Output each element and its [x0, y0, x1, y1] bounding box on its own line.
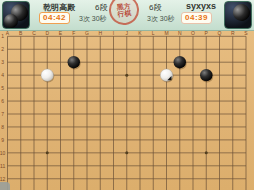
star-point: [205, 151, 208, 154]
turn-indicator-seal: 黑方 行棋: [107, 0, 140, 27]
left-player-byoyomi: 3次 30秒: [79, 15, 107, 23]
column-label: G: [85, 31, 89, 36]
row-label: 3: [1, 59, 4, 65]
row-label: 7: [1, 111, 4, 117]
right-player-byoyomi: 3次 30秒: [147, 15, 175, 23]
go-board-grid[interactable]: ABCDEFGHIJKLMNOPQRS123456789101112: [0, 31, 254, 190]
column-label: L: [152, 31, 155, 36]
column-label: D: [45, 31, 49, 36]
star-point: [46, 151, 49, 154]
left-player-rank: 6段: [95, 3, 107, 12]
column-label: A: [6, 31, 10, 36]
row-label: 4: [1, 72, 4, 78]
column-label: I: [113, 31, 114, 36]
column-label: S: [244, 31, 248, 36]
column-label: R: [231, 31, 235, 36]
left-player-avatar[interactable]: [2, 1, 30, 29]
row-label: 11: [0, 163, 5, 169]
column-label: H: [98, 31, 102, 36]
row-label: 2: [1, 46, 4, 52]
row-label: 9: [1, 137, 4, 143]
row-label: 8: [1, 124, 4, 130]
right-player-name: syxyxs: [186, 2, 216, 11]
column-label: F: [72, 31, 75, 36]
avatar-stone-icon: [4, 14, 18, 28]
column-label: J: [126, 31, 129, 36]
row-label: 5: [1, 85, 4, 91]
star-point: [125, 151, 128, 154]
go-board[interactable]: ABCDEFGHIJKLMNOPQRS123456789101112: [0, 31, 254, 190]
column-label: E: [59, 31, 63, 36]
column-label: C: [32, 31, 36, 36]
column-label: B: [19, 31, 23, 36]
column-label: K: [138, 31, 142, 36]
row-label: 12: [0, 176, 6, 182]
right-player-rank: 6段: [149, 3, 161, 12]
left-player-clock: 04:42: [39, 12, 70, 24]
black-stone-N3[interactable]: [174, 56, 186, 68]
right-player-clock: 04:39: [181, 12, 212, 24]
column-label: M: [164, 31, 168, 36]
row-label: 10: [0, 150, 6, 156]
game-header: 乾明高殿 6段 04:42 3次 30秒 黑方 行棋 6段 syxyxs 3次 …: [0, 0, 254, 31]
white-stone-D4[interactable]: [41, 69, 53, 81]
right-player-avatar[interactable]: [224, 1, 252, 29]
seal-text-bottom: 行棋: [117, 9, 132, 18]
column-label: Q: [218, 31, 222, 36]
star-point: [125, 74, 128, 77]
black-stone-F3[interactable]: [68, 56, 80, 68]
cropped-corner-element: [0, 182, 10, 190]
row-label: 1: [1, 33, 4, 39]
left-player-name: 乾明高殿: [43, 3, 75, 12]
go-app-screen: 乾明高殿 6段 04:42 3次 30秒 黑方 行棋 6段 syxyxs 3次 …: [0, 0, 254, 190]
column-label: P: [205, 31, 209, 36]
black-stone-P4[interactable]: [200, 69, 212, 81]
avatar-stone-icon: [231, 2, 252, 23]
row-label: 6: [1, 98, 4, 104]
column-label: N: [178, 31, 182, 36]
column-label: O: [191, 31, 195, 36]
